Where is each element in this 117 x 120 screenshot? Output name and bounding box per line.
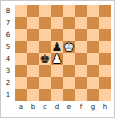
square-e2[interactable] (63, 77, 75, 89)
square-c1[interactable] (39, 89, 51, 101)
square-h2[interactable] (99, 77, 111, 89)
square-f3[interactable] (75, 65, 87, 77)
square-g4[interactable] (87, 53, 99, 65)
square-a3[interactable] (15, 65, 27, 77)
square-g2[interactable] (87, 77, 99, 89)
square-b7[interactable] (27, 17, 39, 29)
square-h4[interactable] (99, 53, 111, 65)
square-e8[interactable] (63, 5, 75, 17)
square-h1[interactable] (99, 89, 111, 101)
chess-diagram: 87654321 ♟♚♚♟ abcdefgh (0, 0, 115, 118)
square-e1[interactable] (63, 89, 75, 101)
square-f7[interactable] (75, 17, 87, 29)
square-c8[interactable] (39, 5, 51, 17)
square-e7[interactable] (63, 17, 75, 29)
square-a2[interactable] (15, 77, 27, 89)
file-label-h: h (99, 102, 111, 112)
rank-label-8: 8 (1, 5, 15, 17)
square-e3[interactable] (63, 65, 75, 77)
rank-label-3: 3 (1, 65, 15, 77)
square-g1[interactable] (87, 89, 99, 101)
square-g8[interactable] (87, 5, 99, 17)
square-d5[interactable]: ♟ (51, 41, 63, 53)
file-label-g: g (87, 102, 99, 112)
rank-label-6: 6 (1, 29, 15, 41)
square-h7[interactable] (99, 17, 111, 29)
file-label-b: b (27, 102, 39, 112)
rank-label-5: 5 (1, 41, 15, 53)
file-label-a: a (15, 102, 27, 112)
square-a6[interactable] (15, 29, 27, 41)
square-b5[interactable] (27, 41, 39, 53)
square-f6[interactable] (75, 29, 87, 41)
square-e5[interactable]: ♚ (63, 41, 75, 53)
chess-board-with-coordinates: 87654321 ♟♚♚♟ abcdefgh (1, 1, 114, 112)
rank-label-1: 1 (1, 89, 15, 101)
square-g6[interactable] (87, 29, 99, 41)
square-c6[interactable] (39, 29, 51, 41)
square-d8[interactable] (51, 5, 63, 17)
square-b4[interactable] (27, 53, 39, 65)
square-f2[interactable] (75, 77, 87, 89)
square-a4[interactable] (15, 53, 27, 65)
square-c2[interactable] (39, 77, 51, 89)
square-c7[interactable] (39, 17, 51, 29)
square-a1[interactable] (15, 89, 27, 101)
square-g7[interactable] (87, 17, 99, 29)
square-d4[interactable]: ♟ (51, 53, 63, 65)
square-f5[interactable] (75, 41, 87, 53)
square-c4[interactable]: ♚ (39, 53, 51, 65)
square-f1[interactable] (75, 89, 87, 101)
rank-labels: 87654321 (1, 5, 15, 101)
square-d2[interactable] (51, 77, 63, 89)
piece-white-king-e5: ♚ (64, 41, 75, 53)
square-d6[interactable] (51, 29, 63, 41)
square-f8[interactable] (75, 5, 87, 17)
file-label-d: d (51, 102, 63, 112)
square-c5[interactable] (39, 41, 51, 53)
square-c3[interactable] (39, 65, 51, 77)
file-label-c: c (39, 102, 51, 112)
square-h5[interactable] (99, 41, 111, 53)
rank-label-7: 7 (1, 17, 15, 29)
square-d3[interactable] (51, 65, 63, 77)
file-labels: abcdefgh (15, 102, 114, 112)
square-d7[interactable] (51, 17, 63, 29)
square-b3[interactable] (27, 65, 39, 77)
rank-label-2: 2 (1, 77, 15, 89)
square-b6[interactable] (27, 29, 39, 41)
square-a7[interactable] (15, 17, 27, 29)
square-b8[interactable] (27, 5, 39, 17)
square-h8[interactable] (99, 5, 111, 17)
piece-black-king-c4: ♚ (40, 53, 51, 65)
file-label-f: f (75, 102, 87, 112)
square-h3[interactable] (99, 65, 111, 77)
piece-black-pawn-d5: ♟ (52, 41, 63, 53)
square-h6[interactable] (99, 29, 111, 41)
square-b1[interactable] (27, 89, 39, 101)
square-a8[interactable] (15, 5, 27, 17)
square-g3[interactable] (87, 65, 99, 77)
chess-board: ♟♚♚♟ (15, 5, 111, 101)
square-d1[interactable] (51, 89, 63, 101)
square-e4[interactable] (63, 53, 75, 65)
square-e6[interactable] (63, 29, 75, 41)
square-b2[interactable] (27, 77, 39, 89)
square-g5[interactable] (87, 41, 99, 53)
rank-label-4: 4 (1, 53, 15, 65)
square-f4[interactable] (75, 53, 87, 65)
file-label-e: e (63, 102, 75, 112)
square-a5[interactable] (15, 41, 27, 53)
piece-white-pawn-d4: ♟ (52, 53, 63, 65)
